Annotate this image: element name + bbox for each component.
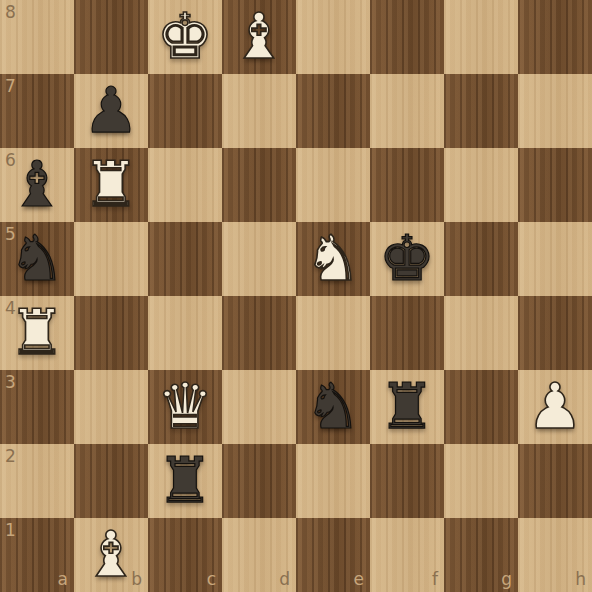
square-c3[interactable]: ♛ bbox=[148, 370, 222, 444]
piece-black-pawn[interactable]: ♟ bbox=[83, 74, 139, 148]
piece-white-bishop[interactable]: ♝ bbox=[83, 518, 139, 592]
square-g4[interactable] bbox=[444, 296, 518, 370]
file-label-c: c bbox=[207, 571, 216, 588]
square-b2[interactable] bbox=[74, 444, 148, 518]
square-e7[interactable] bbox=[296, 74, 370, 148]
square-c4[interactable] bbox=[148, 296, 222, 370]
rank-label-2: 2 bbox=[5, 448, 16, 465]
square-c1[interactable]: c bbox=[148, 518, 222, 592]
file-label-a: a bbox=[58, 571, 68, 588]
square-e4[interactable] bbox=[296, 296, 370, 370]
square-h5[interactable] bbox=[518, 222, 592, 296]
square-f1[interactable]: f bbox=[370, 518, 444, 592]
square-g2[interactable] bbox=[444, 444, 518, 518]
square-g8[interactable] bbox=[444, 0, 518, 74]
square-e2[interactable] bbox=[296, 444, 370, 518]
file-label-g: g bbox=[501, 571, 512, 588]
square-h6[interactable] bbox=[518, 148, 592, 222]
piece-white-rook[interactable]: ♜ bbox=[83, 148, 139, 222]
square-a8[interactable]: 8 bbox=[0, 0, 74, 74]
square-c5[interactable] bbox=[148, 222, 222, 296]
piece-white-bishop[interactable]: ♝ bbox=[231, 0, 287, 74]
square-f3[interactable]: ♜ bbox=[370, 370, 444, 444]
piece-white-rook[interactable]: ♜ bbox=[9, 296, 65, 370]
square-h3[interactable]: ♟ bbox=[518, 370, 592, 444]
square-a3[interactable]: 3 bbox=[0, 370, 74, 444]
square-b1[interactable]: b♝ bbox=[74, 518, 148, 592]
square-a2[interactable]: 2 bbox=[0, 444, 74, 518]
rank-label-1: 1 bbox=[5, 522, 16, 539]
square-c8[interactable]: ♚ bbox=[148, 0, 222, 74]
square-a4[interactable]: 4♜ bbox=[0, 296, 74, 370]
square-c6[interactable] bbox=[148, 148, 222, 222]
square-e6[interactable] bbox=[296, 148, 370, 222]
square-f7[interactable] bbox=[370, 74, 444, 148]
rank-label-3: 3 bbox=[5, 374, 16, 391]
square-f4[interactable] bbox=[370, 296, 444, 370]
square-e3[interactable]: ♞ bbox=[296, 370, 370, 444]
square-a7[interactable]: 7 bbox=[0, 74, 74, 148]
square-g6[interactable] bbox=[444, 148, 518, 222]
square-a5[interactable]: 5♞ bbox=[0, 222, 74, 296]
square-d2[interactable] bbox=[222, 444, 296, 518]
piece-white-pawn[interactable]: ♟ bbox=[527, 370, 583, 444]
piece-black-knight[interactable]: ♞ bbox=[9, 222, 65, 296]
rank-label-8: 8 bbox=[5, 4, 16, 21]
square-d1[interactable]: d bbox=[222, 518, 296, 592]
square-g5[interactable] bbox=[444, 222, 518, 296]
square-f6[interactable] bbox=[370, 148, 444, 222]
square-c7[interactable] bbox=[148, 74, 222, 148]
square-d8[interactable]: ♝ bbox=[222, 0, 296, 74]
square-b5[interactable] bbox=[74, 222, 148, 296]
square-h7[interactable] bbox=[518, 74, 592, 148]
piece-white-queen[interactable]: ♛ bbox=[157, 370, 213, 444]
piece-black-rook[interactable]: ♜ bbox=[157, 444, 213, 518]
rank-label-7: 7 bbox=[5, 78, 16, 95]
piece-white-knight[interactable]: ♞ bbox=[305, 222, 361, 296]
square-h4[interactable] bbox=[518, 296, 592, 370]
square-g7[interactable] bbox=[444, 74, 518, 148]
square-e1[interactable]: e bbox=[296, 518, 370, 592]
square-h8[interactable] bbox=[518, 0, 592, 74]
square-e5[interactable]: ♞ bbox=[296, 222, 370, 296]
square-b3[interactable] bbox=[74, 370, 148, 444]
square-d6[interactable] bbox=[222, 148, 296, 222]
square-d5[interactable] bbox=[222, 222, 296, 296]
square-f2[interactable] bbox=[370, 444, 444, 518]
square-b7[interactable]: ♟ bbox=[74, 74, 148, 148]
file-label-f: f bbox=[432, 571, 438, 588]
square-h2[interactable] bbox=[518, 444, 592, 518]
piece-white-king[interactable]: ♚ bbox=[157, 0, 213, 74]
square-g3[interactable] bbox=[444, 370, 518, 444]
square-h1[interactable]: h bbox=[518, 518, 592, 592]
square-b8[interactable] bbox=[74, 0, 148, 74]
piece-black-bishop[interactable]: ♝ bbox=[9, 148, 65, 222]
square-c2[interactable]: ♜ bbox=[148, 444, 222, 518]
square-b6[interactable]: ♜ bbox=[74, 148, 148, 222]
square-e8[interactable] bbox=[296, 0, 370, 74]
file-label-h: h bbox=[575, 571, 586, 588]
square-b4[interactable] bbox=[74, 296, 148, 370]
chess-board: 8♚♝7♟6♝♜5♞♞♚4♜3♛♞♜♟2♜1ab♝cdefgh bbox=[0, 0, 592, 592]
square-d7[interactable] bbox=[222, 74, 296, 148]
piece-black-king[interactable]: ♚ bbox=[379, 222, 435, 296]
square-f8[interactable] bbox=[370, 0, 444, 74]
file-label-e: e bbox=[354, 571, 364, 588]
square-a6[interactable]: 6♝ bbox=[0, 148, 74, 222]
piece-black-rook[interactable]: ♜ bbox=[379, 370, 435, 444]
square-a1[interactable]: 1a bbox=[0, 518, 74, 592]
square-d4[interactable] bbox=[222, 296, 296, 370]
square-d3[interactable] bbox=[222, 370, 296, 444]
square-g1[interactable]: g bbox=[444, 518, 518, 592]
file-label-d: d bbox=[279, 571, 290, 588]
square-f5[interactable]: ♚ bbox=[370, 222, 444, 296]
piece-black-knight[interactable]: ♞ bbox=[305, 370, 361, 444]
